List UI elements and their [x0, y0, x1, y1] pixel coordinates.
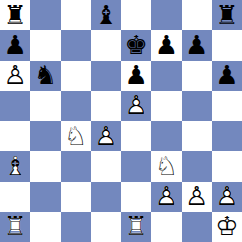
black-rook[interactable]: ♜: [0, 0, 30, 30]
square-h6[interactable]: ♟: [212, 61, 242, 91]
square-f5[interactable]: [151, 91, 181, 121]
square-h2[interactable]: ♟♙: [212, 182, 242, 212]
black-king-glyph: ♚: [121, 30, 151, 60]
black-pawn[interactable]: ♟: [182, 30, 212, 60]
square-e6[interactable]: ♟: [121, 61, 151, 91]
square-d8[interactable]: ♝: [91, 0, 121, 30]
square-d7[interactable]: [91, 30, 121, 60]
square-g5[interactable]: [182, 91, 212, 121]
white-pawn[interactable]: ♟♙: [91, 121, 121, 151]
white-pawn[interactable]: ♟♙: [212, 182, 242, 212]
square-d4[interactable]: ♟♙: [91, 121, 121, 151]
square-a3[interactable]: ♝♗: [0, 151, 30, 181]
square-c4[interactable]: ♞♘: [61, 121, 91, 151]
square-b5[interactable]: [30, 91, 60, 121]
white-pawn-outline: ♙: [91, 121, 121, 151]
square-f4[interactable]: [151, 121, 181, 151]
square-g1[interactable]: [182, 212, 212, 242]
white-bishop-outline: ♗: [0, 151, 30, 181]
black-pawn-glyph: ♟: [121, 61, 151, 91]
square-b4[interactable]: [30, 121, 60, 151]
square-b2[interactable]: [30, 182, 60, 212]
square-a2[interactable]: [0, 182, 30, 212]
square-e2[interactable]: [121, 182, 151, 212]
black-knight[interactable]: ♞: [30, 61, 60, 91]
square-g6[interactable]: [182, 61, 212, 91]
white-rook-outline: ♖: [121, 212, 151, 242]
chess-board: ♜♝♜♟♚♟♟♟♙♞♟♟♟♙♞♘♟♙♝♗♞♘♟♙♟♙♟♙♜♖♜♖♚♔: [0, 0, 242, 242]
square-g2[interactable]: ♟♙: [182, 182, 212, 212]
square-c8[interactable]: [61, 0, 91, 30]
square-a6[interactable]: ♟♙: [0, 61, 30, 91]
square-a4[interactable]: [0, 121, 30, 151]
square-b6[interactable]: ♞: [30, 61, 60, 91]
square-g8[interactable]: [182, 0, 212, 30]
white-pawn[interactable]: ♟♙: [0, 61, 30, 91]
black-pawn[interactable]: ♟: [0, 30, 30, 60]
square-f2[interactable]: ♟♙: [151, 182, 181, 212]
square-d1[interactable]: [91, 212, 121, 242]
black-pawn[interactable]: ♟: [151, 30, 181, 60]
square-d3[interactable]: [91, 151, 121, 181]
black-pawn[interactable]: ♟: [212, 61, 242, 91]
square-g4[interactable]: [182, 121, 212, 151]
square-a8[interactable]: ♜: [0, 0, 30, 30]
white-knight-outline: ♘: [151, 151, 181, 181]
black-bishop[interactable]: ♝: [91, 0, 121, 30]
square-g7[interactable]: ♟: [182, 30, 212, 60]
white-pawn[interactable]: ♟♙: [121, 91, 151, 121]
square-c3[interactable]: [61, 151, 91, 181]
square-e3[interactable]: [121, 151, 151, 181]
square-f8[interactable]: [151, 0, 181, 30]
square-h4[interactable]: [212, 121, 242, 151]
square-e5[interactable]: ♟♙: [121, 91, 151, 121]
white-pawn-outline: ♙: [182, 182, 212, 212]
square-f6[interactable]: [151, 61, 181, 91]
square-e4[interactable]: [121, 121, 151, 151]
black-pawn-glyph: ♟: [182, 30, 212, 60]
square-f3[interactable]: ♞♘: [151, 151, 181, 181]
white-king[interactable]: ♚♔: [212, 212, 242, 242]
square-e8[interactable]: [121, 0, 151, 30]
square-c6[interactable]: [61, 61, 91, 91]
white-rook-outline: ♖: [0, 212, 30, 242]
white-knight[interactable]: ♞♘: [61, 121, 91, 151]
square-b1[interactable]: [30, 212, 60, 242]
black-pawn-glyph: ♟: [212, 61, 242, 91]
white-rook[interactable]: ♜♖: [0, 212, 30, 242]
square-h5[interactable]: [212, 91, 242, 121]
square-b7[interactable]: [30, 30, 60, 60]
square-d5[interactable]: [91, 91, 121, 121]
square-g3[interactable]: [182, 151, 212, 181]
white-pawn-outline: ♙: [151, 182, 181, 212]
square-f7[interactable]: ♟: [151, 30, 181, 60]
white-pawn-outline: ♙: [212, 182, 242, 212]
black-rook-glyph: ♜: [0, 0, 30, 30]
white-pawn[interactable]: ♟♙: [182, 182, 212, 212]
black-rook[interactable]: ♜: [212, 0, 242, 30]
square-d2[interactable]: [91, 182, 121, 212]
black-pawn-glyph: ♟: [151, 30, 181, 60]
white-king-outline: ♔: [212, 212, 242, 242]
black-pawn[interactable]: ♟: [121, 61, 151, 91]
square-e7[interactable]: ♚: [121, 30, 151, 60]
white-knight[interactable]: ♞♘: [151, 151, 181, 181]
square-h3[interactable]: [212, 151, 242, 181]
square-h8[interactable]: ♜: [212, 0, 242, 30]
white-pawn[interactable]: ♟♙: [151, 182, 181, 212]
black-rook-glyph: ♜: [212, 0, 242, 30]
square-c1[interactable]: [61, 212, 91, 242]
black-bishop-glyph: ♝: [91, 0, 121, 30]
black-knight-glyph: ♞: [30, 61, 60, 91]
white-rook[interactable]: ♜♖: [121, 212, 151, 242]
square-b8[interactable]: [30, 0, 60, 30]
black-king[interactable]: ♚: [121, 30, 151, 60]
square-h1[interactable]: ♚♔: [212, 212, 242, 242]
square-c5[interactable]: [61, 91, 91, 121]
white-knight-outline: ♘: [61, 121, 91, 151]
square-c7[interactable]: [61, 30, 91, 60]
white-bishop[interactable]: ♝♗: [0, 151, 30, 181]
square-f1[interactable]: [151, 212, 181, 242]
white-pawn-outline: ♙: [0, 61, 30, 91]
square-b3[interactable]: [30, 151, 60, 181]
square-d6[interactable]: [91, 61, 121, 91]
black-pawn-glyph: ♟: [0, 30, 30, 60]
square-c2[interactable]: [61, 182, 91, 212]
square-h7[interactable]: [212, 30, 242, 60]
white-pawn-outline: ♙: [121, 91, 151, 121]
square-a5[interactable]: [0, 91, 30, 121]
square-a7[interactable]: ♟: [0, 30, 30, 60]
square-a1[interactable]: ♜♖: [0, 212, 30, 242]
square-e1[interactable]: ♜♖: [121, 212, 151, 242]
